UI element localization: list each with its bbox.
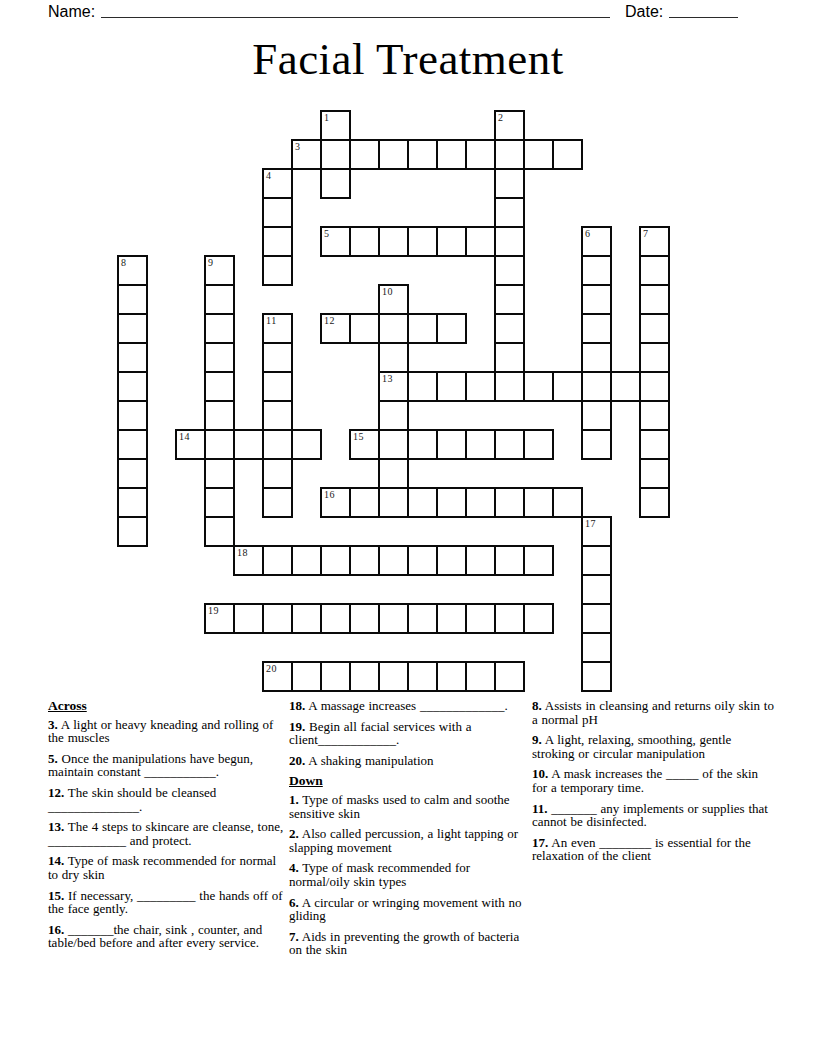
clue-number: 10. (532, 766, 548, 781)
grid-cell-r9c5[interactable] (262, 371, 293, 402)
grid-cell-r3c5[interactable] (262, 197, 293, 228)
grid-cell-r10c9[interactable] (378, 400, 409, 431)
clue-column-2: 18. A massage increases _____________.19… (289, 699, 525, 964)
grid-cell-r4c11[interactable] (436, 226, 467, 257)
grid-cell-r13c11[interactable] (436, 487, 467, 518)
cell-number-10: 10 (382, 286, 393, 297)
clue-number: 5. (48, 751, 58, 766)
clue-number: 13. (48, 819, 64, 834)
grid-cell-r17c13[interactable] (494, 603, 525, 634)
grid-cell-r11c4[interactable] (233, 429, 264, 460)
clue-down-4: 4. Type of mask recommended for normal/o… (289, 861, 525, 888)
grid-cell-r1c12[interactable] (465, 139, 496, 170)
grid-cell-r12c18[interactable] (639, 458, 670, 489)
grid-cell-r19c13[interactable] (494, 661, 525, 692)
grid-cell-r7c8[interactable] (349, 313, 380, 344)
grid-cell-r15c6[interactable] (291, 545, 322, 576)
grid-cell-r17c16[interactable] (581, 603, 612, 634)
cell-number-6: 6 (585, 228, 591, 239)
cell-number-11: 11 (266, 315, 277, 326)
grid-cell-r12c5[interactable] (262, 458, 293, 489)
grid-cell-r9c13[interactable] (494, 371, 525, 402)
crossword-grid: 1234567891011121314151617181920 (117, 110, 671, 693)
grid-cell-r11c16[interactable] (581, 429, 612, 460)
grid-cell-r17c8[interactable] (349, 603, 380, 634)
clue-across-13: 13. The 4 steps to skincare are cleanse,… (48, 820, 288, 847)
grid-cell-r5c5[interactable] (262, 255, 293, 286)
grid-cell-r13c7[interactable]: 16 (320, 487, 351, 518)
grid-cell-r6c0[interactable] (117, 284, 148, 315)
grid-cell-r4c16[interactable]: 6 (581, 226, 612, 257)
clue-number: 3. (48, 717, 58, 732)
grid-cell-r15c13[interactable] (494, 545, 525, 576)
grid-cell-r15c16[interactable] (581, 545, 612, 576)
grid-cell-r5c13[interactable] (494, 255, 525, 286)
grid-cell-r13c8[interactable] (349, 487, 380, 518)
grid-cell-r13c18[interactable] (639, 487, 670, 518)
grid-cell-r11c8[interactable]: 15 (349, 429, 380, 460)
grid-cell-r8c3[interactable] (204, 342, 235, 373)
grid-cell-r4c18[interactable]: 7 (639, 226, 670, 257)
clue-across-15: 15. If necessary, _________ the hands of… (48, 889, 288, 916)
grid-cell-r13c15[interactable] (552, 487, 583, 518)
clue-down-17: 17. An even ________ is essential for th… (532, 836, 774, 863)
grid-cell-r1c15[interactable] (552, 139, 583, 170)
grid-cell-r17c9[interactable] (378, 603, 409, 634)
clue-column-3: 8. Assists in cleansing and returns oily… (532, 699, 774, 870)
cell-number-14: 14 (179, 431, 190, 442)
clue-number: 19. (289, 719, 305, 734)
cell-number-17: 17 (585, 518, 596, 529)
grid-cell-r1c7[interactable] (320, 139, 351, 170)
grid-cell-r15c7[interactable] (320, 545, 351, 576)
grid-cell-r9c12[interactable] (465, 371, 496, 402)
grid-cell-r7c9[interactable] (378, 313, 409, 344)
grid-cell-r13c12[interactable] (465, 487, 496, 518)
clue-number: 12. (48, 785, 64, 800)
grid-cell-r0c7[interactable]: 1 (320, 110, 351, 141)
clue-down-6: 6. A circular or wringing movement with … (289, 896, 525, 923)
grid-cell-r7c13[interactable] (494, 313, 525, 344)
grid-cell-r13c9[interactable] (378, 487, 409, 518)
grid-cell-r17c4[interactable] (233, 603, 264, 634)
clue-number: 7. (289, 929, 299, 944)
grid-cell-r7c0[interactable] (117, 313, 148, 344)
clue-across-18: 18. A massage increases _____________. (289, 699, 525, 713)
cell-number-12: 12 (324, 315, 335, 326)
grid-cell-r0c13[interactable]: 2 (494, 110, 525, 141)
grid-cell-r1c11[interactable] (436, 139, 467, 170)
cell-number-8: 8 (121, 257, 127, 268)
grid-cell-r15c11[interactable] (436, 545, 467, 576)
grid-cell-r14c3[interactable] (204, 516, 235, 547)
cell-number-7: 7 (643, 228, 649, 239)
grid-cell-r12c3[interactable] (204, 458, 235, 489)
grid-cell-r4c10[interactable] (407, 226, 438, 257)
grid-cell-r5c3[interactable]: 9 (204, 255, 235, 286)
grid-cell-r19c6[interactable] (291, 661, 322, 692)
grid-cell-r11c2[interactable]: 14 (175, 429, 206, 460)
grid-cell-r7c10[interactable] (407, 313, 438, 344)
grid-cell-r15c12[interactable] (465, 545, 496, 576)
grid-cell-r6c9[interactable]: 10 (378, 284, 409, 315)
grid-cell-r11c11[interactable] (436, 429, 467, 460)
grid-cell-r7c11[interactable] (436, 313, 467, 344)
grid-cell-r1c9[interactable] (378, 139, 409, 170)
grid-cell-r19c5[interactable]: 20 (262, 661, 293, 692)
clue-down-1: 1. Type of masks used to calm and soothe… (289, 793, 525, 820)
grid-cell-r5c0[interactable]: 8 (117, 255, 148, 286)
grid-cell-r6c13[interactable] (494, 284, 525, 315)
grid-cell-r4c9[interactable] (378, 226, 409, 257)
grid-cell-r6c18[interactable] (639, 284, 670, 315)
grid-cell-r15c14[interactable] (523, 545, 554, 576)
name-fill-line[interactable] (101, 1, 610, 18)
grid-cell-r2c7[interactable] (320, 168, 351, 199)
clue-down-11: 11. _______ any implements or supplies t… (532, 802, 774, 829)
clue-down-2: 2. Also called percussion, a light tappi… (289, 827, 525, 854)
grid-cell-r8c0[interactable] (117, 342, 148, 373)
grid-cell-r17c12[interactable] (465, 603, 496, 634)
grid-cell-r10c16[interactable] (581, 400, 612, 431)
date-label: Date: (625, 3, 663, 21)
grid-cell-r12c0[interactable] (117, 458, 148, 489)
clue-across-16: 16. _______the chair, sink , counter, an… (48, 923, 288, 950)
puzzle-title: Facial Treatment (0, 33, 816, 85)
grid-cell-r19c12[interactable] (465, 661, 496, 692)
clue-down-8: 8. Assists in cleansing and returns oily… (532, 699, 774, 726)
clue-across-14: 14. Type of mask recommended for normal … (48, 854, 288, 881)
grid-cell-r8c5[interactable] (262, 342, 293, 373)
grid-cell-r7c16[interactable] (581, 313, 612, 344)
clue-across-3: 3. A light or heavy kneading and rolling… (48, 718, 288, 745)
clue-down-10: 10. A mask increases the _____ of the sk… (532, 767, 774, 794)
cell-number-5: 5 (324, 228, 330, 239)
grid-cell-r1c10[interactable] (407, 139, 438, 170)
clue-across-12: 12. The skin should be cleansed ________… (48, 786, 288, 813)
grid-cell-r9c14[interactable] (523, 371, 554, 402)
grid-cell-r9c9[interactable]: 13 (378, 371, 409, 402)
clue-number: 6. (289, 895, 299, 910)
grid-cell-r19c7[interactable] (320, 661, 351, 692)
grid-cell-r13c14[interactable] (523, 487, 554, 518)
down-heading: Down (289, 774, 525, 788)
grid-cell-r1c6[interactable]: 3 (291, 139, 322, 170)
cell-number-18: 18 (237, 547, 248, 558)
grid-cell-r13c10[interactable] (407, 487, 438, 518)
grid-cell-r6c16[interactable] (581, 284, 612, 315)
grid-cell-r7c3[interactable] (204, 313, 235, 344)
clue-number: 4. (289, 860, 299, 875)
grid-cell-r17c6[interactable] (291, 603, 322, 634)
grid-cell-r4c7[interactable]: 5 (320, 226, 351, 257)
clue-across-5: 5. Once the manipulations have begun, ma… (48, 752, 288, 779)
clue-across-20: 20. A shaking manipulation (289, 754, 525, 768)
grid-cell-r14c16[interactable]: 17 (581, 516, 612, 547)
name-label: Name: (48, 3, 95, 21)
grid-cell-r17c10[interactable] (407, 603, 438, 634)
grid-cell-r17c11[interactable] (436, 603, 467, 634)
grid-cell-r11c9[interactable] (378, 429, 409, 460)
grid-cell-r19c9[interactable] (378, 661, 409, 692)
grid-cell-r9c18[interactable] (639, 371, 670, 402)
grid-cell-r14c0[interactable] (117, 516, 148, 547)
grid-cell-r17c14[interactable] (523, 603, 554, 634)
grid-cell-r11c5[interactable] (262, 429, 293, 460)
grid-cell-r11c3[interactable] (204, 429, 235, 460)
grid-cell-r9c0[interactable] (117, 371, 148, 402)
grid-cell-r10c5[interactable] (262, 400, 293, 431)
grid-cell-r3c13[interactable] (494, 197, 525, 228)
grid-cell-r8c18[interactable] (639, 342, 670, 373)
cell-number-2: 2 (498, 112, 504, 123)
grid-cell-r10c3[interactable] (204, 400, 235, 431)
grid-cell-r15c10[interactable] (407, 545, 438, 576)
grid-cell-r16c16[interactable] (581, 574, 612, 605)
grid-cell-r11c12[interactable] (465, 429, 496, 460)
grid-cell-r17c5[interactable] (262, 603, 293, 634)
grid-cell-r19c8[interactable] (349, 661, 380, 692)
cell-number-1: 1 (324, 112, 330, 123)
grid-cell-r13c13[interactable] (494, 487, 525, 518)
grid-cell-r5c18[interactable] (639, 255, 670, 286)
grid-cell-r1c13[interactable] (494, 139, 525, 170)
grid-cell-r11c18[interactable] (639, 429, 670, 460)
grid-cell-r19c10[interactable] (407, 661, 438, 692)
worksheet-page: Name: Date: Facial Treatment 12345678910… (0, 0, 816, 1056)
grid-cell-r10c18[interactable] (639, 400, 670, 431)
grid-cell-r8c13[interactable] (494, 342, 525, 373)
grid-cell-r13c3[interactable] (204, 487, 235, 518)
grid-cell-r19c11[interactable] (436, 661, 467, 692)
grid-cell-r11c10[interactable] (407, 429, 438, 460)
cell-number-4: 4 (266, 170, 272, 181)
clue-number: 8. (532, 698, 542, 713)
clue-number: 1. (289, 792, 299, 807)
grid-cell-r9c16[interactable] (581, 371, 612, 402)
grid-cell-r4c12[interactable] (465, 226, 496, 257)
cell-number-16: 16 (324, 489, 335, 500)
grid-cell-r13c0[interactable] (117, 487, 148, 518)
cell-number-13: 13 (382, 373, 393, 384)
grid-cell-r6c3[interactable] (204, 284, 235, 315)
cell-number-19: 19 (208, 605, 219, 616)
grid-cell-r11c13[interactable] (494, 429, 525, 460)
grid-cell-r11c0[interactable] (117, 429, 148, 460)
clue-number: 17. (532, 835, 548, 850)
grid-cell-r15c4[interactable]: 18 (233, 545, 264, 576)
grid-cell-r17c3[interactable]: 19 (204, 603, 235, 634)
grid-cell-r2c13[interactable] (494, 168, 525, 199)
grid-cell-r8c9[interactable] (378, 342, 409, 373)
clue-column-1: Across3. A light or heavy kneading and r… (48, 699, 288, 957)
grid-cell-r9c3[interactable] (204, 371, 235, 402)
clue-down-7: 7. Aids in preventing the growth of bact… (289, 930, 525, 957)
grid-cell-r7c5[interactable]: 11 (262, 313, 293, 344)
grid-cell-r15c9[interactable] (378, 545, 409, 576)
grid-cell-r4c5[interactable] (262, 226, 293, 257)
grid-cell-r15c8[interactable] (349, 545, 380, 576)
grid-cell-r7c7[interactable]: 12 (320, 313, 351, 344)
grid-cell-r9c10[interactable] (407, 371, 438, 402)
clue-number: 2. (289, 826, 299, 841)
grid-cell-r15c5[interactable] (262, 545, 293, 576)
cell-number-15: 15 (353, 431, 364, 442)
grid-cell-r8c16[interactable] (581, 342, 612, 373)
grid-cell-r19c16[interactable] (581, 661, 612, 692)
across-heading: Across (48, 699, 288, 713)
grid-cell-r7c18[interactable] (639, 313, 670, 344)
grid-cell-r13c5[interactable] (262, 487, 293, 518)
date-fill-line[interactable] (669, 1, 738, 18)
clue-number: 16. (48, 922, 64, 937)
grid-cell-r1c14[interactable] (523, 139, 554, 170)
grid-cell-r9c11[interactable] (436, 371, 467, 402)
clue-number: 20. (289, 753, 305, 768)
cell-number-20: 20 (266, 663, 277, 674)
cell-number-9: 9 (208, 257, 214, 268)
clue-across-19: 19. Begin all facial services with a cli… (289, 720, 525, 747)
clue-down-9: 9. A light, relaxing, smoothing, gentle … (532, 733, 774, 760)
grid-cell-r17c7[interactable] (320, 603, 351, 634)
grid-cell-r11c6[interactable] (291, 429, 322, 460)
clue-number: 11. (532, 801, 548, 816)
grid-cell-r5c16[interactable] (581, 255, 612, 286)
grid-cell-r4c8[interactable] (349, 226, 380, 257)
clue-number: 15. (48, 888, 64, 903)
clue-number: 9. (532, 732, 542, 747)
grid-cell-r1c8[interactable] (349, 139, 380, 170)
grid-cell-r4c13[interactable] (494, 226, 525, 257)
grid-cell-r9c17[interactable] (610, 371, 641, 402)
grid-cell-r10c0[interactable] (117, 400, 148, 431)
grid-cell-r12c9[interactable] (378, 458, 409, 489)
grid-cell-r11c14[interactable] (523, 429, 554, 460)
grid-cell-r2c5[interactable]: 4 (262, 168, 293, 199)
cell-number-3: 3 (295, 141, 301, 152)
grid-cell-r9c15[interactable] (552, 371, 583, 402)
clue-number: 18. (289, 698, 305, 713)
grid-cell-r18c16[interactable] (581, 632, 612, 663)
clue-number: 14. (48, 853, 64, 868)
